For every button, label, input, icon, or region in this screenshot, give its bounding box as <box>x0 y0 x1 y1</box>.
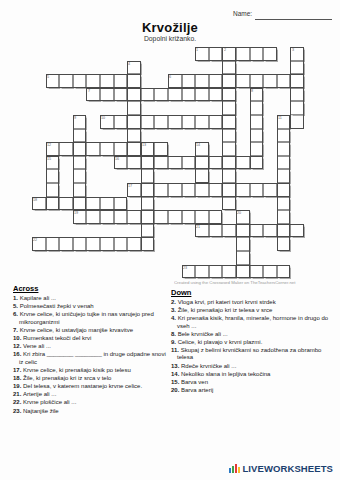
crossword-cell[interactable] <box>114 210 128 224</box>
crossword-cell[interactable] <box>154 183 168 197</box>
crossword-cell[interactable] <box>73 142 87 156</box>
crossword-cell[interactable] <box>195 115 209 129</box>
crossword-cell[interactable] <box>182 88 196 102</box>
crossword-cell[interactable] <box>222 156 236 170</box>
crossword-cell[interactable] <box>290 74 304 88</box>
name-input-line[interactable] <box>255 11 332 20</box>
crossword-cell[interactable] <box>46 169 60 183</box>
crossword-cell[interactable] <box>114 197 128 211</box>
crossword-cell[interactable] <box>141 183 155 197</box>
crossword-cell[interactable] <box>114 142 128 156</box>
crossword-cell[interactable] <box>182 183 196 197</box>
crossword-cell[interactable] <box>250 101 264 115</box>
crossword-cell[interactable] <box>127 129 141 143</box>
crossword-cell[interactable] <box>277 265 291 279</box>
clue-item-15: 15. Barva ven <box>171 379 334 386</box>
clue-item-2: 2. Vloga krvi, pri kateri tvori krvni st… <box>171 299 334 306</box>
liveworksheets-logo-icon <box>229 464 240 473</box>
crossword-cell[interactable] <box>209 88 223 102</box>
clue-item-19: 19. Del telesa, v katerem nastanejo krvn… <box>13 383 166 390</box>
crossword-cell[interactable] <box>222 197 236 211</box>
crossword-cell[interactable] <box>141 156 155 170</box>
crossword-cell[interactable] <box>277 197 291 211</box>
crossword-cell[interactable] <box>182 115 196 129</box>
crossword-cell[interactable] <box>263 183 277 197</box>
crossword-cell[interactable] <box>154 142 168 156</box>
name-label: Name: <box>233 10 252 17</box>
crossword-cell[interactable] <box>263 265 277 279</box>
crossword-cell[interactable] <box>114 74 128 88</box>
crossword-cell[interactable] <box>114 115 128 129</box>
crossword-cell[interactable] <box>290 88 304 102</box>
crossword-cell[interactable] <box>195 156 209 170</box>
crossword-cell[interactable] <box>222 265 236 279</box>
crossword-cell[interactable] <box>141 210 155 224</box>
across-list: 1. Kapilare ali ...5. Polmesečasti žepki… <box>13 295 166 415</box>
clue-item-8: 8. Bele krvničke ali ... <box>171 331 334 338</box>
crossword-cell[interactable] <box>277 183 291 197</box>
crossword-cell[interactable] <box>154 156 168 170</box>
crossword-cell[interactable] <box>141 115 155 129</box>
crossword-cell[interactable] <box>277 169 291 183</box>
crossword-cell[interactable] <box>73 156 87 170</box>
clue-item-4: 4. Kri prenaša kisik, hranila, minerale,… <box>171 315 334 329</box>
crossword-cell[interactable] <box>277 237 291 251</box>
clue-item-20: 20. Barva arterij <box>171 387 334 394</box>
crossword-cell[interactable] <box>182 210 196 224</box>
crossword-cell[interactable] <box>127 101 141 115</box>
crossword-cell[interactable] <box>141 169 155 183</box>
clue-number: 5 <box>47 75 49 79</box>
crossword-cell[interactable] <box>209 115 223 129</box>
clue-item-11: 11. Skupaj z belimi krvničkami so zadolž… <box>171 347 334 361</box>
crossword-cell[interactable] <box>222 183 236 197</box>
crossword-cell[interactable] <box>250 47 264 61</box>
liveworksheets-logo-text: LIVEWORKSHEETS <box>242 463 333 474</box>
crossword-cell[interactable] <box>222 224 236 238</box>
crossword-cell[interactable] <box>73 169 87 183</box>
crossword-cell[interactable] <box>168 156 182 170</box>
clue-item-12: 12. Vene ali ... <box>13 343 166 350</box>
crossword-cell[interactable] <box>100 197 114 211</box>
clue-item-21: 21. Arterije ali ... <box>13 391 166 398</box>
across-clues: Across 1. Kapilare ali ...5. Polmesečast… <box>13 284 166 416</box>
clue-number: 12 <box>47 143 51 147</box>
crossword-cell[interactable] <box>59 197 73 211</box>
crossword-cell[interactable] <box>154 88 168 102</box>
clue-item-3: 3. Žile, ki prenašajo kri iz telesa v sr… <box>171 307 334 314</box>
crossword-cell[interactable] <box>73 197 87 211</box>
crossword-cell[interactable] <box>195 210 209 224</box>
crossword-cell[interactable] <box>127 74 141 88</box>
crossword-cell[interactable] <box>182 156 196 170</box>
clue-number: 21 <box>196 225 200 229</box>
crossword-cell[interactable] <box>86 142 100 156</box>
crossword-cell[interactable] <box>236 265 250 279</box>
crossword-cell[interactable] <box>100 237 114 251</box>
page-title: Krvožilje <box>0 20 340 35</box>
crossword-cell[interactable] <box>127 88 141 102</box>
crossword-cell[interactable] <box>209 74 223 88</box>
clue-number: 9 <box>74 116 76 120</box>
clue-number: 7 <box>88 89 90 93</box>
across-heading: Across <box>13 284 166 293</box>
crossword-cell[interactable] <box>86 197 100 211</box>
crossword-cell[interactable] <box>73 237 87 251</box>
crossword-cell[interactable] <box>46 183 60 197</box>
clue-item-10: 10. Rumenkast tekoči del krvi <box>13 335 166 342</box>
page-subtitle: Dopolni križanko. <box>0 35 340 42</box>
crossword-cell[interactable] <box>263 47 277 61</box>
crossword-cell[interactable] <box>222 88 236 102</box>
crossword-cell[interactable] <box>86 237 100 251</box>
crossword-cell[interactable] <box>127 142 141 156</box>
crossword-cell[interactable] <box>46 197 60 211</box>
crossword-cell[interactable] <box>154 210 168 224</box>
crossword-cell[interactable] <box>73 129 87 143</box>
crossword-cell[interactable] <box>236 156 250 170</box>
crossword-cell[interactable] <box>250 156 264 170</box>
crossword-cell[interactable] <box>250 142 264 156</box>
crossword-cell[interactable] <box>222 129 236 143</box>
clue-number: 6 <box>169 75 171 79</box>
clue-item-14: 14. Nekoliko slana in lepljiva tekočina <box>171 371 334 378</box>
clue-number: 20 <box>237 211 241 215</box>
clue-item-16: 16. Kri zbira ________ ________ in druge… <box>13 351 166 365</box>
crossword-cell[interactable] <box>250 265 264 279</box>
crossword-cell[interactable] <box>290 101 304 115</box>
crossword-cell[interactable] <box>250 115 264 129</box>
attribution-text: Created using the Crossword Maker on The… <box>174 280 295 284</box>
clue-item-1: 1. Kapilare ali ... <box>13 295 166 302</box>
crossword-cell[interactable] <box>100 142 114 156</box>
crossword-cell[interactable] <box>141 88 155 102</box>
crossword-cell[interactable] <box>277 74 291 88</box>
crossword-cell[interactable] <box>154 115 168 129</box>
clue-item-5: 5. Polmesečasti žepki v venah <box>13 303 166 310</box>
crossword-cell[interactable] <box>59 74 73 88</box>
crossword-cell[interactable] <box>222 115 236 129</box>
clue-number: 18 <box>33 198 37 202</box>
crossword-cell[interactable] <box>236 74 250 88</box>
clue-item-23: 23. Najtanjše žile <box>13 408 166 415</box>
clue-number: 19 <box>74 211 78 215</box>
crossword-cell[interactable] <box>127 237 141 251</box>
crossword-cell[interactable] <box>250 74 264 88</box>
crossword-cell[interactable] <box>263 224 277 238</box>
crossword-cell[interactable] <box>168 183 182 197</box>
clue-item-13: 13. Rdeče krvničke ali ... <box>171 363 334 370</box>
crossword-cell[interactable] <box>209 210 223 224</box>
clue-number: 3 <box>292 48 294 52</box>
crossword-cell[interactable] <box>195 183 209 197</box>
clue-number: 8 <box>251 89 253 93</box>
crossword-cell[interactable] <box>222 61 236 75</box>
crossword-cell[interactable] <box>59 142 73 156</box>
crossword-cell[interactable] <box>59 237 73 251</box>
crossword-cell[interactable] <box>236 251 250 265</box>
crossword-cell[interactable] <box>222 74 236 88</box>
crossword-cell[interactable] <box>127 156 141 170</box>
crossword-cell[interactable] <box>277 142 291 156</box>
down-heading: Down <box>171 288 334 297</box>
crossword-cell[interactable] <box>73 183 87 197</box>
crossword-cell[interactable] <box>236 237 250 251</box>
crossword-cell[interactable] <box>100 210 114 224</box>
crossword-cell[interactable] <box>250 183 264 197</box>
crossword-cell[interactable] <box>222 169 236 183</box>
crossword-cell[interactable] <box>195 265 209 279</box>
crossword-cell[interactable] <box>222 142 236 156</box>
crossword-cell[interactable] <box>290 224 304 238</box>
crossword-cell[interactable] <box>236 47 250 61</box>
crossword-cell[interactable] <box>209 265 223 279</box>
crossword-cell[interactable] <box>236 224 250 238</box>
clue-item-9: 9. Celice, ki plavajo v krvni plazmi. <box>171 339 334 346</box>
crossword-cell[interactable] <box>141 237 155 251</box>
crossword-cell[interactable] <box>250 224 264 238</box>
clue-number: 13 <box>142 143 146 147</box>
clue-number: 11 <box>278 116 282 120</box>
crossword-cell[interactable] <box>46 237 60 251</box>
crossword-cell[interactable] <box>277 156 291 170</box>
crossword-cell[interactable] <box>114 237 128 251</box>
crossword-cell[interactable] <box>209 183 223 197</box>
clue-number: 2 <box>224 48 226 52</box>
crossword-cell[interactable] <box>277 224 291 238</box>
down-list: 2. Vloga krvi, pri kateri tvori krvni st… <box>171 299 334 394</box>
clue-number: 17 <box>128 184 132 188</box>
crossword-cell[interactable] <box>209 224 223 238</box>
clue-item-18: 18. Žile, ki prenašajo kri iz srca v tel… <box>13 375 166 382</box>
clue-item-6: 6. Krvne celice, ki uničujejo tujke in n… <box>13 311 166 325</box>
crossword-cell[interactable] <box>209 156 223 170</box>
clue-number: 23 <box>183 266 187 270</box>
crossword-cell[interactable] <box>100 74 114 88</box>
crossword-cell[interactable] <box>141 197 155 211</box>
crossword-cell[interactable] <box>182 74 196 88</box>
clue-number: 22 <box>33 238 37 242</box>
clue-number: 15 <box>47 157 51 161</box>
clue-number: 10 <box>101 116 105 120</box>
crossword-cell[interactable] <box>277 129 291 143</box>
crossword-cell[interactable] <box>222 101 236 115</box>
clue-number: 14 <box>196 143 200 147</box>
clue-number: 16 <box>115 157 119 161</box>
crossword-cell[interactable] <box>114 88 128 102</box>
clue-item-17: 17. Krvne celice, ki prenašajo kisik po … <box>13 367 166 374</box>
crossword-cell[interactable] <box>195 169 209 183</box>
crossword-cell[interactable] <box>73 74 87 88</box>
crossword-cell[interactable] <box>100 88 114 102</box>
crossword-cell[interactable] <box>86 74 100 88</box>
crossword-cell[interactable] <box>127 210 141 224</box>
crossword-cell[interactable] <box>141 224 155 238</box>
crossword-cell[interactable] <box>195 88 209 102</box>
crossword-cell[interactable] <box>168 210 182 224</box>
crossword-cell[interactable] <box>236 183 250 197</box>
liveworksheets-brand: LIVEWORKSHEETS <box>229 463 333 474</box>
crossword-cell[interactable] <box>195 74 209 88</box>
clue-item-22: 22. Krvne ploščice ali ... <box>13 399 166 406</box>
crossword-cell[interactable] <box>209 47 223 61</box>
crossword-cell[interactable] <box>168 88 182 102</box>
crossword-cell[interactable] <box>127 115 141 129</box>
crossword-cell[interactable] <box>250 129 264 143</box>
crossword-cell[interactable] <box>290 61 304 75</box>
worksheet-page: Name: Krvožilje Dopolni križanko. 123456… <box>0 0 340 480</box>
crossword-cell[interactable] <box>86 210 100 224</box>
crossword-cell[interactable] <box>277 210 291 224</box>
crossword-cell[interactable] <box>263 74 277 88</box>
crossword-cell[interactable] <box>168 115 182 129</box>
down-clues: Down 2. Vloga krvi, pri kateri tvori krv… <box>171 288 334 395</box>
clue-item-7: 7. Krvne celice, ki ustavljajo manjše kr… <box>13 327 166 334</box>
